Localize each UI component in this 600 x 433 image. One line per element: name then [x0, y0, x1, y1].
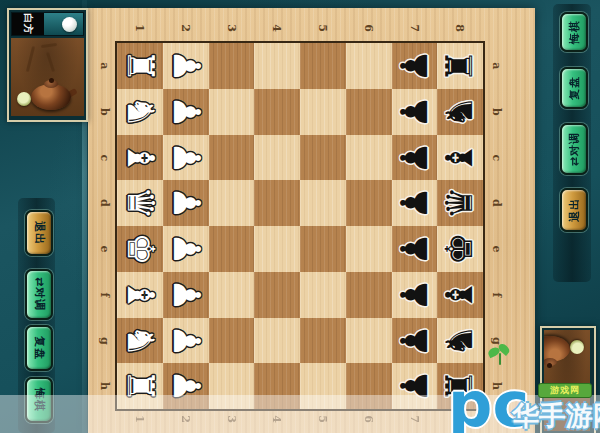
square-f7[interactable]: ♟ [392, 272, 438, 318]
replay-button-right[interactable]: 复盘 [560, 67, 588, 109]
square-b7[interactable]: ♟ [392, 89, 438, 135]
white-king[interactable]: ♚ [117, 226, 163, 272]
white-pawn[interactable]: ♟ [163, 272, 209, 318]
square-d3[interactable] [209, 180, 255, 226]
white-knight[interactable]: ♞ [117, 89, 163, 135]
black-pawn[interactable]: ♟ [392, 135, 438, 181]
square-d1[interactable]: ♛ [117, 180, 163, 226]
square-d5[interactable] [300, 180, 346, 226]
square-g7[interactable]: ♟ [392, 318, 438, 364]
square-f3[interactable] [209, 272, 255, 318]
black-pawn[interactable]: ♟ [392, 272, 438, 318]
white-pawn[interactable]: ♟ [163, 89, 209, 135]
square-c7[interactable]: ♟ [392, 135, 438, 181]
square-a4[interactable] [254, 43, 300, 89]
square-d4[interactable] [254, 180, 300, 226]
square-a3[interactable] [209, 43, 255, 89]
square-c4[interactable] [254, 135, 300, 181]
square-d8[interactable]: ♛ [437, 180, 483, 226]
square-d6[interactable] [346, 180, 392, 226]
square-g8[interactable]: ♞ [437, 318, 483, 364]
black-pawn[interactable]: ♟ [392, 226, 438, 272]
square-f5[interactable] [300, 272, 346, 318]
white-pawn[interactable]: ♟ [163, 226, 209, 272]
square-e2[interactable]: ♟ [163, 226, 209, 272]
square-d2[interactable]: ♟ [163, 180, 209, 226]
sprout-icon [487, 342, 513, 368]
square-c3[interactable] [209, 135, 255, 181]
square-g4[interactable] [254, 318, 300, 364]
black-pawn[interactable]: ♟ [392, 180, 438, 226]
black-bishop[interactable]: ♝ [437, 272, 483, 318]
white-pawn[interactable]: ♟ [163, 135, 209, 181]
swap-sides-button-right[interactable]: ⇄对调 [560, 123, 588, 175]
swap-button-label: 对调 [33, 288, 46, 312]
white-pawn[interactable]: ♟ [163, 180, 209, 226]
teapot-icon [11, 38, 84, 116]
square-a1[interactable]: ♜ [117, 43, 163, 89]
white-player-tag: 白方 [11, 12, 84, 36]
white-pawn[interactable]: ♟ [163, 43, 209, 89]
square-g2[interactable]: ♟ [163, 318, 209, 364]
black-pawn[interactable]: ♟ [392, 318, 438, 364]
teapot-artwork [11, 38, 84, 116]
swap-arrows-icon: ⇄ [33, 277, 46, 287]
swap-arrows-icon: ⇄ [568, 156, 581, 166]
square-a7[interactable]: ♟ [392, 43, 438, 89]
square-b3[interactable] [209, 89, 255, 135]
square-a6[interactable] [346, 43, 392, 89]
square-a8[interactable]: ♜ [437, 43, 483, 89]
black-bishop[interactable]: ♝ [437, 135, 483, 181]
white-knight[interactable]: ♞ [117, 318, 163, 364]
square-c6[interactable] [346, 135, 392, 181]
rank-labels-top: 12345678 [117, 18, 483, 38]
square-c2[interactable]: ♟ [163, 135, 209, 181]
replay-button-label: 复盘 [567, 76, 582, 100]
square-e8[interactable]: ♚ [437, 226, 483, 272]
square-g3[interactable] [209, 318, 255, 364]
square-f1[interactable]: ♝ [117, 272, 163, 318]
white-pawn[interactable]: ♟ [163, 318, 209, 364]
square-a2[interactable]: ♟ [163, 43, 209, 89]
white-player-label: 白方 [12, 13, 44, 35]
replay-button-left[interactable]: 复盘 [25, 325, 53, 371]
square-b2[interactable]: ♟ [163, 89, 209, 135]
square-b5[interactable] [300, 89, 346, 135]
chess-app-window: 12345678 12345678 abcdefgh abcdefgh ♜♟♟♜… [0, 0, 600, 433]
square-c8[interactable]: ♝ [437, 135, 483, 181]
square-d7[interactable]: ♟ [392, 180, 438, 226]
square-b8[interactable]: ♞ [437, 89, 483, 135]
square-f4[interactable] [254, 272, 300, 318]
white-stone-icon [62, 17, 77, 32]
black-pawn[interactable]: ♟ [392, 89, 438, 135]
square-g1[interactable]: ♞ [117, 318, 163, 364]
black-knight[interactable]: ♞ [437, 318, 483, 364]
square-f8[interactable]: ♝ [437, 272, 483, 318]
square-f2[interactable]: ♟ [163, 272, 209, 318]
square-e6[interactable] [346, 226, 392, 272]
square-e1[interactable]: ♚ [117, 226, 163, 272]
square-e3[interactable] [209, 226, 255, 272]
black-queen[interactable]: ♛ [437, 180, 483, 226]
black-king[interactable]: ♚ [437, 226, 483, 272]
square-e7[interactable]: ♟ [392, 226, 438, 272]
undo-button-label: 悔棋 [567, 20, 582, 44]
square-g6[interactable] [346, 318, 392, 364]
file-labels-left: abcdefgh [95, 43, 113, 409]
white-queen[interactable]: ♛ [117, 180, 163, 226]
square-c1[interactable]: ♝ [117, 135, 163, 181]
black-rook[interactable]: ♜ [437, 43, 483, 89]
square-a5[interactable] [300, 43, 346, 89]
white-player-panel: 白方 [7, 8, 88, 122]
watermark-badge: 游戏网 [538, 383, 592, 398]
watermark-site-name: 华手游网 [512, 398, 600, 433]
chess-board[interactable]: ♜♟♟♜♞♟♟♞♝♟♟♝♛♟♟♛♚♟♟♚♝♟♟♝♞♟♟♞♜♟♟♜ [115, 41, 485, 411]
black-pawn[interactable]: ♟ [392, 43, 438, 89]
square-g5[interactable] [300, 318, 346, 364]
square-e5[interactable] [300, 226, 346, 272]
square-b6[interactable] [346, 89, 392, 135]
square-b1[interactable]: ♞ [117, 89, 163, 135]
white-rook[interactable]: ♜ [117, 43, 163, 89]
square-e4[interactable] [254, 226, 300, 272]
exit-button-right[interactable]: 退出 [560, 188, 588, 232]
swap-sides-button-left[interactable]: ⇄对调 [25, 269, 53, 320]
square-f6[interactable] [346, 272, 392, 318]
black-knight[interactable]: ♞ [437, 89, 483, 135]
undo-button-right[interactable]: 悔棋 [560, 12, 588, 52]
exit-button-label: 退出 [567, 198, 582, 222]
replay-button-label: 复盘 [32, 336, 47, 360]
white-bishop[interactable]: ♝ [117, 272, 163, 318]
exit-button-label: 退出 [32, 221, 47, 245]
white-stone-box [44, 13, 83, 35]
square-c5[interactable] [300, 135, 346, 181]
swap-button-label: 对调 [568, 132, 581, 156]
white-bishop[interactable]: ♝ [117, 135, 163, 181]
exit-button-left[interactable]: 退出 [25, 210, 53, 256]
square-b4[interactable] [254, 89, 300, 135]
